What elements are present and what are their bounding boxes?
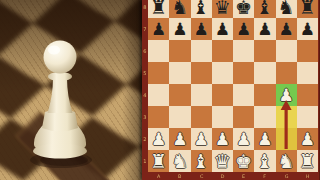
square-a8[interactable]: ♜ <box>148 0 169 18</box>
square-a1[interactable]: ♜ <box>148 150 169 172</box>
square-c5[interactable] <box>191 62 212 84</box>
square-g6[interactable] <box>276 40 297 62</box>
white-pawn-d2[interactable]: ♟ <box>212 128 233 150</box>
square-b4[interactable] <box>169 84 190 106</box>
file-label-f: F <box>256 173 273 179</box>
black-pawn-f7[interactable]: ♟ <box>254 18 275 40</box>
square-f1[interactable]: ♝ <box>254 150 275 172</box>
rank-label-6: 6 <box>142 42 147 61</box>
square-f6[interactable] <box>254 40 275 62</box>
black-bishop-f8[interactable]: ♝ <box>254 0 275 18</box>
square-g7[interactable]: ♟ <box>276 18 297 40</box>
square-b7[interactable]: ♟ <box>169 18 190 40</box>
square-b3[interactable] <box>169 106 190 128</box>
white-rook-a1[interactable]: ♜ <box>148 150 169 172</box>
black-king-e8[interactable]: ♚ <box>233 0 254 18</box>
board-squares[interactable]: ♜♞♝♛♚♝♞♜♟♟♟♟♟♟♟♟♟♟♟♟♟♟♟♟♜♞♝♛♚♝♞♜ <box>148 0 318 172</box>
square-e2[interactable]: ♟ <box>233 128 254 150</box>
square-b8[interactable]: ♞ <box>169 0 190 18</box>
black-rook-h8[interactable]: ♜ <box>297 0 318 18</box>
square-c3[interactable] <box>191 106 212 128</box>
chess-board: 87654321 ♜♞♝♛♚♝♞♜♟♟♟♟♟♟♟♟♟♟♟♟♟♟♟♟♜♞♝♛♚♝♞… <box>142 0 320 180</box>
square-a3[interactable] <box>148 106 169 128</box>
square-a7[interactable]: ♟ <box>148 18 169 40</box>
black-knight-b8[interactable]: ♞ <box>169 0 190 18</box>
black-knight-g8[interactable]: ♞ <box>276 0 297 18</box>
black-pawn-c7[interactable]: ♟ <box>191 18 212 40</box>
square-f3[interactable] <box>254 106 275 128</box>
square-d7[interactable]: ♟ <box>212 18 233 40</box>
white-bishop-f1[interactable]: ♝ <box>254 150 275 172</box>
square-f7[interactable]: ♟ <box>254 18 275 40</box>
square-f4[interactable] <box>254 84 275 106</box>
square-c7[interactable]: ♟ <box>191 18 212 40</box>
white-bishop-c1[interactable]: ♝ <box>191 150 212 172</box>
square-h3[interactable] <box>297 106 318 128</box>
black-pawn-a7[interactable]: ♟ <box>148 18 169 40</box>
square-f2[interactable]: ♟ <box>254 128 275 150</box>
white-pawn-g4[interactable]: ♟ <box>276 84 297 106</box>
file-label-c: C <box>193 173 210 179</box>
square-e4[interactable] <box>233 84 254 106</box>
rank-label-1: 1 <box>142 152 147 171</box>
square-b6[interactable] <box>169 40 190 62</box>
white-pawn-f2[interactable]: ♟ <box>254 128 275 150</box>
black-bishop-c8[interactable]: ♝ <box>191 0 212 18</box>
black-pawn-g7[interactable]: ♟ <box>276 18 297 40</box>
square-g2[interactable] <box>276 128 297 150</box>
square-g4[interactable]: ♟ <box>276 84 297 106</box>
square-d2[interactable]: ♟ <box>212 128 233 150</box>
file-coordinates: ABCDEFGH <box>148 172 318 180</box>
square-d6[interactable] <box>212 40 233 62</box>
white-pawn-b2[interactable]: ♟ <box>169 128 190 150</box>
square-h4[interactable] <box>297 84 318 106</box>
square-h2[interactable]: ♟ <box>297 128 318 150</box>
white-knight-g1[interactable]: ♞ <box>276 150 297 172</box>
white-pawn-a2[interactable]: ♟ <box>148 128 169 150</box>
square-d4[interactable] <box>212 84 233 106</box>
square-b2[interactable]: ♟ <box>169 128 190 150</box>
square-b5[interactable] <box>169 62 190 84</box>
rank-label-4: 4 <box>142 86 147 105</box>
square-c6[interactable] <box>191 40 212 62</box>
file-label-g: G <box>278 173 295 179</box>
square-a5[interactable] <box>148 62 169 84</box>
black-pawn-d7[interactable]: ♟ <box>212 18 233 40</box>
square-d1[interactable]: ♛ <box>212 150 233 172</box>
square-h6[interactable] <box>297 40 318 62</box>
white-king-e1[interactable]: ♚ <box>233 150 254 172</box>
square-h1[interactable]: ♜ <box>297 150 318 172</box>
square-g8[interactable]: ♞ <box>276 0 297 18</box>
square-h5[interactable] <box>297 62 318 84</box>
rank-label-7: 7 <box>142 20 147 39</box>
square-f5[interactable] <box>254 62 275 84</box>
square-e7[interactable]: ♟ <box>233 18 254 40</box>
square-a6[interactable] <box>148 40 169 62</box>
square-c4[interactable] <box>191 84 212 106</box>
square-d8[interactable]: ♛ <box>212 0 233 18</box>
square-a4[interactable] <box>148 84 169 106</box>
file-label-b: B <box>171 173 188 179</box>
white-knight-b1[interactable]: ♞ <box>169 150 190 172</box>
square-e6[interactable] <box>233 40 254 62</box>
white-rook-h1[interactable]: ♜ <box>297 150 318 172</box>
square-e3[interactable] <box>233 106 254 128</box>
square-g5[interactable] <box>276 62 297 84</box>
rank-label-3: 3 <box>142 108 147 127</box>
square-c1[interactable]: ♝ <box>191 150 212 172</box>
file-label-a: A <box>150 173 167 179</box>
file-label-d: D <box>214 173 231 179</box>
file-label-e: E <box>235 173 252 179</box>
rank-label-2: 2 <box>142 130 147 149</box>
square-e1[interactable]: ♚ <box>233 150 254 172</box>
black-rook-a8[interactable]: ♜ <box>148 0 169 18</box>
square-h8[interactable]: ♜ <box>297 0 318 18</box>
square-d5[interactable] <box>212 62 233 84</box>
thumbnail-root: 87654321 ♜♞♝♛♚♝♞♜♟♟♟♟♟♟♟♟♟♟♟♟♟♟♟♟♜♞♝♛♚♝♞… <box>0 0 320 180</box>
rank-label-5: 5 <box>142 64 147 83</box>
square-g3[interactable] <box>276 106 297 128</box>
white-pawn-e2[interactable]: ♟ <box>233 128 254 150</box>
square-c8[interactable]: ♝ <box>191 0 212 18</box>
file-label-h: H <box>299 173 316 179</box>
white-queen-d1[interactable]: ♛ <box>212 150 233 172</box>
black-queen-d8[interactable]: ♛ <box>212 0 233 18</box>
pawn-photo <box>0 0 142 180</box>
square-f8[interactable]: ♝ <box>254 0 275 18</box>
white-pawn-c2[interactable]: ♟ <box>191 128 212 150</box>
white-pawn-h2[interactable]: ♟ <box>297 128 318 150</box>
square-b1[interactable]: ♞ <box>169 150 190 172</box>
square-g1[interactable]: ♞ <box>276 150 297 172</box>
black-pawn-h7[interactable]: ♟ <box>297 18 318 40</box>
square-a2[interactable]: ♟ <box>148 128 169 150</box>
photo-right-shadow <box>0 0 142 180</box>
square-c2[interactable]: ♟ <box>191 128 212 150</box>
rank-label-8: 8 <box>142 0 147 16</box>
black-pawn-e7[interactable]: ♟ <box>233 18 254 40</box>
square-e5[interactable] <box>233 62 254 84</box>
square-d3[interactable] <box>212 106 233 128</box>
black-pawn-b7[interactable]: ♟ <box>169 18 190 40</box>
square-e8[interactable]: ♚ <box>233 0 254 18</box>
square-h7[interactable]: ♟ <box>297 18 318 40</box>
